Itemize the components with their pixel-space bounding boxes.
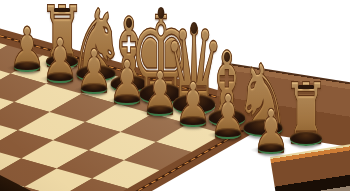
burnt-base xyxy=(215,128,241,140)
burnt-base xyxy=(180,116,206,128)
piece-pawn[interactable]: ♟ xyxy=(250,101,292,161)
finial-knob xyxy=(224,52,230,62)
burnt-base xyxy=(290,131,322,146)
piece-pawn[interactable]: ♟ xyxy=(207,86,249,146)
pieces-layer: ♟♟♟♟♟♟♟♟♜♞♝♚♛♝♞♜ xyxy=(0,0,350,191)
burnt-base xyxy=(114,94,140,106)
photo-stage: ♟♟♟♟♟♟♟♟♜♞♝♚♛♝♞♜ xyxy=(0,0,350,191)
burnt-base xyxy=(47,72,73,84)
finial-knob xyxy=(191,22,198,34)
burnt-base xyxy=(147,105,173,117)
rook-battlement xyxy=(298,85,314,90)
burnt-base xyxy=(81,83,107,95)
burnt-base xyxy=(258,143,284,155)
burnt-base xyxy=(14,61,40,73)
